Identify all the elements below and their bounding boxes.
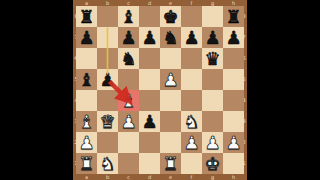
- square-e8[interactable]: ♚: [160, 6, 181, 27]
- piece-black-rook[interactable]: ♜: [225, 6, 241, 27]
- piece-black-pawn[interactable]: ♟: [120, 27, 136, 48]
- square-a4[interactable]: [76, 90, 97, 111]
- square-c6[interactable]: ♞: [118, 48, 139, 69]
- square-c1[interactable]: [118, 153, 139, 174]
- letterbox-left: [0, 0, 73, 180]
- file-label-bottom-e: e: [160, 174, 181, 180]
- piece-white-pawn[interactable]: ♟: [120, 111, 136, 132]
- square-b2[interactable]: [97, 132, 118, 153]
- piece-white-pawn[interactable]: ♟: [183, 132, 199, 153]
- piece-black-pawn[interactable]: ♟: [225, 27, 241, 48]
- square-g2[interactable]: ♟: [202, 132, 223, 153]
- square-g3[interactable]: [202, 111, 223, 132]
- square-g6[interactable]: ♛: [202, 48, 223, 69]
- piece-black-knight[interactable]: ♞: [162, 27, 178, 48]
- square-d6[interactable]: [139, 48, 160, 69]
- piece-black-pawn[interactable]: ♟: [204, 27, 220, 48]
- square-g5[interactable]: [202, 69, 223, 90]
- square-g1[interactable]: ♚: [202, 153, 223, 174]
- file-label-bottom-a: a: [76, 174, 97, 180]
- square-a1[interactable]: ♜: [76, 153, 97, 174]
- square-f1[interactable]: [181, 153, 202, 174]
- square-f3[interactable]: ♞: [181, 111, 202, 132]
- square-d1[interactable]: [139, 153, 160, 174]
- square-g8[interactable]: [202, 6, 223, 27]
- square-f5[interactable]: [181, 69, 202, 90]
- square-f2[interactable]: ♟: [181, 132, 202, 153]
- square-e6[interactable]: [160, 48, 181, 69]
- square-c3[interactable]: ♟: [118, 111, 139, 132]
- square-d3[interactable]: ♟: [139, 111, 160, 132]
- file-label-bottom-h: h: [223, 174, 244, 180]
- piece-black-knight[interactable]: ♞: [120, 48, 136, 69]
- square-e7[interactable]: ♞: [160, 27, 181, 48]
- square-d8[interactable]: [139, 6, 160, 27]
- square-b7[interactable]: [97, 27, 118, 48]
- square-f8[interactable]: [181, 6, 202, 27]
- square-d4[interactable]: [139, 90, 160, 111]
- square-e4[interactable]: [160, 90, 181, 111]
- piece-white-bishop[interactable]: ♝: [120, 90, 136, 111]
- square-a6[interactable]: [76, 48, 97, 69]
- piece-white-pawn[interactable]: ♟: [162, 69, 178, 90]
- file-label-bottom-c: c: [118, 174, 139, 180]
- square-e1[interactable]: ♜: [160, 153, 181, 174]
- square-h4[interactable]: [223, 90, 244, 111]
- square-c4[interactable]: ♝: [118, 90, 139, 111]
- video-frame: aabbccddeeffgghh8877665544332211 ♜♝♚♜♟♟♟…: [0, 0, 320, 180]
- piece-white-rook[interactable]: ♜: [162, 153, 178, 174]
- piece-white-pawn[interactable]: ♟: [78, 132, 94, 153]
- piece-white-pawn[interactable]: ♟: [204, 132, 220, 153]
- piece-black-pawn[interactable]: ♟: [99, 69, 115, 90]
- square-a5[interactable]: ♝: [76, 69, 97, 90]
- square-a8[interactable]: ♜: [76, 6, 97, 27]
- square-e5[interactable]: ♟: [160, 69, 181, 90]
- square-h1[interactable]: [223, 153, 244, 174]
- piece-white-rook[interactable]: ♜: [78, 153, 94, 174]
- square-c2[interactable]: [118, 132, 139, 153]
- square-a7[interactable]: ♟: [76, 27, 97, 48]
- square-g7[interactable]: ♟: [202, 27, 223, 48]
- square-f4[interactable]: [181, 90, 202, 111]
- piece-white-king[interactable]: ♚: [204, 153, 220, 174]
- square-f7[interactable]: ♟: [181, 27, 202, 48]
- file-label-bottom-f: f: [181, 174, 202, 180]
- piece-white-bishop[interactable]: ♝: [78, 111, 94, 132]
- file-label-bottom-b: b: [97, 174, 118, 180]
- piece-black-bishop[interactable]: ♝: [78, 69, 94, 90]
- square-c7[interactable]: ♟: [118, 27, 139, 48]
- square-c8[interactable]: ♝: [118, 6, 139, 27]
- square-b5[interactable]: ♟: [97, 69, 118, 90]
- square-g4[interactable]: [202, 90, 223, 111]
- piece-black-pawn[interactable]: ♟: [141, 27, 157, 48]
- piece-black-queen[interactable]: ♛: [204, 48, 220, 69]
- square-b6[interactable]: [97, 48, 118, 69]
- square-b8[interactable]: [97, 6, 118, 27]
- piece-black-rook[interactable]: ♜: [78, 6, 94, 27]
- letterbox-right: [247, 0, 320, 180]
- square-e2[interactable]: [160, 132, 181, 153]
- piece-white-pawn[interactable]: ♟: [225, 132, 241, 153]
- piece-black-king[interactable]: ♚: [162, 6, 178, 27]
- square-d7[interactable]: ♟: [139, 27, 160, 48]
- square-d5[interactable]: [139, 69, 160, 90]
- square-h7[interactable]: ♟: [223, 27, 244, 48]
- square-f6[interactable]: [181, 48, 202, 69]
- square-h8[interactable]: ♜: [223, 6, 244, 27]
- square-b3[interactable]: ♛: [97, 111, 118, 132]
- square-c5[interactable]: [118, 69, 139, 90]
- piece-black-bishop[interactable]: ♝: [120, 6, 136, 27]
- square-e3[interactable]: [160, 111, 181, 132]
- square-a2[interactable]: ♟: [76, 132, 97, 153]
- square-h5[interactable]: [223, 69, 244, 90]
- piece-white-knight[interactable]: ♞: [99, 153, 115, 174]
- board-grid: ♜♝♚♜♟♟♟♞♟♟♟♞♛♝♟♟♝♝♛♟♟♞♟♟♟♟♜♞♜♚: [76, 6, 244, 174]
- square-b4[interactable]: [97, 90, 118, 111]
- chess-board: aabbccddeeffgghh8877665544332211 ♜♝♚♜♟♟♟…: [73, 0, 247, 180]
- piece-white-queen[interactable]: ♛: [99, 111, 115, 132]
- file-label-bottom-d: d: [139, 174, 160, 180]
- file-label-bottom-g: g: [202, 174, 223, 180]
- piece-white-knight[interactable]: ♞: [183, 111, 199, 132]
- square-h6[interactable]: [223, 48, 244, 69]
- piece-black-pawn[interactable]: ♟: [141, 111, 157, 132]
- square-d2[interactable]: [139, 132, 160, 153]
- square-b1[interactable]: ♞: [97, 153, 118, 174]
- square-h2[interactable]: ♟: [223, 132, 244, 153]
- square-h3[interactable]: [223, 111, 244, 132]
- piece-black-pawn[interactable]: ♟: [183, 27, 199, 48]
- square-a3[interactable]: ♝: [76, 111, 97, 132]
- piece-black-pawn[interactable]: ♟: [78, 27, 94, 48]
